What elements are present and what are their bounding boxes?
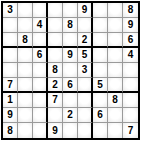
given-digit: 5 <box>82 50 88 60</box>
cell-r4c3[interactable]: 6 <box>33 48 48 63</box>
cell-r1c3[interactable] <box>33 3 48 18</box>
cell-r6c6[interactable] <box>78 78 93 93</box>
given-digit: 7 <box>52 95 58 105</box>
cell-r2c3[interactable]: 4 <box>33 18 48 33</box>
cell-r5c1[interactable] <box>3 63 18 78</box>
cell-r5c3[interactable] <box>33 63 48 78</box>
cell-r5c2[interactable] <box>18 63 33 78</box>
cell-r3c4[interactable] <box>48 33 63 48</box>
cell-r9c2[interactable] <box>18 123 33 138</box>
cell-r6c2[interactable] <box>18 78 33 93</box>
cell-r1c9[interactable]: 8 <box>123 3 138 18</box>
cell-r8c2[interactable] <box>18 108 33 123</box>
cell-r4c4[interactable] <box>48 48 63 63</box>
cell-r6c5[interactable]: 6 <box>63 78 78 93</box>
cell-r5c4[interactable]: 8 <box>48 63 63 78</box>
cell-r1c6[interactable]: 9 <box>78 3 93 18</box>
cell-r4c5[interactable]: 9 <box>63 48 78 63</box>
given-digit: 8 <box>112 95 118 105</box>
cell-r3c1[interactable] <box>3 33 18 48</box>
cell-r9c1[interactable]: 8 <box>3 123 18 138</box>
given-digit: 7 <box>7 80 13 90</box>
cell-r4c6[interactable]: 5 <box>78 48 93 63</box>
cell-r4c8[interactable] <box>108 48 123 63</box>
cell-r2c6[interactable] <box>78 18 93 33</box>
given-digit: 8 <box>128 5 134 15</box>
cell-r9c6[interactable] <box>78 123 93 138</box>
cell-r3c2[interactable]: 8 <box>18 33 33 48</box>
cell-r6c4[interactable]: 2 <box>48 78 63 93</box>
given-digit: 9 <box>82 5 88 15</box>
given-digit: 8 <box>52 65 58 75</box>
cell-r3c6[interactable]: 2 <box>78 33 93 48</box>
given-digit: 6 <box>128 35 134 45</box>
cell-r3c3[interactable] <box>33 33 48 48</box>
cell-r6c3[interactable] <box>33 78 48 93</box>
cell-r7c2[interactable] <box>18 93 33 108</box>
given-digit: 6 <box>37 50 43 60</box>
cell-r7c8[interactable]: 8 <box>108 93 123 108</box>
cell-r2c1[interactable] <box>3 18 18 33</box>
given-digit: 2 <box>67 110 73 120</box>
cell-r2c5[interactable]: 8 <box>63 18 78 33</box>
cell-r8c3[interactable] <box>33 108 48 123</box>
cell-r9c7[interactable] <box>93 123 108 138</box>
cell-r6c9[interactable] <box>123 78 138 93</box>
cell-r7c9[interactable] <box>123 93 138 108</box>
cell-r1c7[interactable] <box>93 3 108 18</box>
cell-r5c6[interactable]: 3 <box>78 63 93 78</box>
cell-r2c4[interactable] <box>48 18 63 33</box>
cell-r9c9[interactable]: 7 <box>123 123 138 138</box>
given-digit: 1 <box>7 95 13 105</box>
given-digit: 6 <box>97 110 103 120</box>
cell-r4c2[interactable] <box>18 48 33 63</box>
cell-r1c2[interactable] <box>18 3 33 18</box>
given-digit: 9 <box>7 110 13 120</box>
cell-r1c4[interactable] <box>48 3 63 18</box>
cell-r1c5[interactable] <box>63 3 78 18</box>
given-digit: 7 <box>128 126 134 136</box>
given-digit: 5 <box>97 80 103 90</box>
cell-r7c7[interactable] <box>93 93 108 108</box>
cell-r1c1[interactable]: 3 <box>3 3 18 18</box>
given-digit: 2 <box>82 35 88 45</box>
cell-r7c5[interactable] <box>63 93 78 108</box>
cell-r5c9[interactable] <box>123 63 138 78</box>
cell-r4c1[interactable] <box>3 48 18 63</box>
cell-r8c8[interactable] <box>108 108 123 123</box>
given-digit: 3 <box>7 5 13 15</box>
cell-r9c3[interactable] <box>33 123 48 138</box>
given-digit: 3 <box>82 65 88 75</box>
cell-r9c4[interactable]: 9 <box>48 123 63 138</box>
cell-r3c9[interactable]: 6 <box>123 33 138 48</box>
cell-r5c8[interactable] <box>108 63 123 78</box>
cell-r3c7[interactable] <box>93 33 108 48</box>
cell-r5c5[interactable] <box>63 63 78 78</box>
cell-r7c6[interactable] <box>78 93 93 108</box>
given-digit: 6 <box>67 80 73 90</box>
given-digit: 9 <box>67 50 73 60</box>
cell-r2c2[interactable] <box>18 18 33 33</box>
cell-r9c8[interactable] <box>108 123 123 138</box>
sudoku-board: 3984898266954837265178926897 <box>1 1 140 140</box>
cell-r8c9[interactable] <box>123 108 138 123</box>
cell-r9c5[interactable] <box>63 123 78 138</box>
given-digit: 4 <box>37 20 43 30</box>
given-digit: 8 <box>7 126 13 136</box>
cell-r7c4[interactable]: 7 <box>48 93 63 108</box>
given-digit: 9 <box>128 20 134 30</box>
cell-r7c1[interactable]: 1 <box>3 93 18 108</box>
cell-r6c1[interactable]: 7 <box>3 78 18 93</box>
cell-r3c8[interactable] <box>108 33 123 48</box>
given-digit: 8 <box>67 20 73 30</box>
given-digit: 4 <box>128 50 134 60</box>
cell-r8c4[interactable] <box>48 108 63 123</box>
cell-r8c6[interactable] <box>78 108 93 123</box>
cell-r8c5[interactable]: 2 <box>63 108 78 123</box>
cell-r8c7[interactable]: 6 <box>93 108 108 123</box>
sudoku-page: 3984898266954837265178926897 <box>0 0 141 141</box>
cell-r2c8[interactable] <box>108 18 123 33</box>
given-digit: 9 <box>52 126 58 136</box>
cell-r8c1[interactable]: 9 <box>3 108 18 123</box>
cell-r6c7[interactable]: 5 <box>93 78 108 93</box>
cell-r6c8[interactable] <box>108 78 123 93</box>
cell-r4c9[interactable]: 4 <box>123 48 138 63</box>
cell-r2c9[interactable]: 9 <box>123 18 138 33</box>
cell-r3c5[interactable] <box>63 33 78 48</box>
cell-r1c8[interactable] <box>108 3 123 18</box>
cell-r5c7[interactable] <box>93 63 108 78</box>
cell-r7c3[interactable] <box>33 93 48 108</box>
cell-r4c7[interactable] <box>93 48 108 63</box>
cell-r2c7[interactable] <box>93 18 108 33</box>
given-digit: 2 <box>52 80 58 90</box>
given-digit: 8 <box>22 35 28 45</box>
